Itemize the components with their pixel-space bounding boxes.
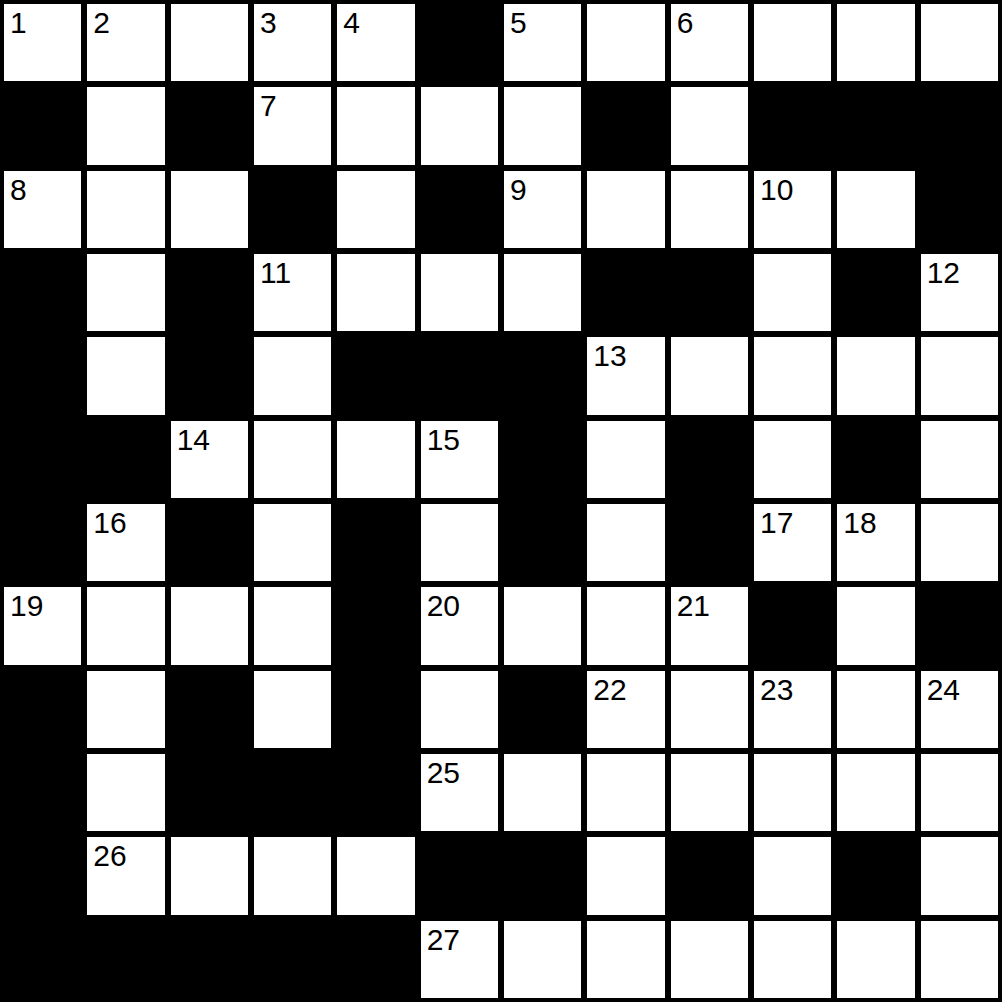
block-cell-r5c6 xyxy=(501,418,584,501)
clue-number-13: 13 xyxy=(593,339,626,372)
letter-cell-r0c6[interactable]: 5 xyxy=(501,1,584,84)
letter-cell-r2c2[interactable] xyxy=(168,168,251,251)
block-cell-r6c2 xyxy=(168,501,251,584)
block-cell-r0c5 xyxy=(418,1,501,84)
clue-number-15: 15 xyxy=(427,423,460,456)
letter-cell-r10c4[interactable] xyxy=(334,834,417,917)
clue-number-16: 16 xyxy=(93,506,126,539)
letter-cell-r6c10[interactable]: 18 xyxy=(834,501,917,584)
letter-cell-r5c4[interactable] xyxy=(334,418,417,501)
letter-cell-r4c9[interactable] xyxy=(751,334,834,417)
letter-cell-r0c1[interactable]: 2 xyxy=(84,1,167,84)
letter-cell-r7c3[interactable] xyxy=(251,584,334,667)
letter-cell-r0c9[interactable] xyxy=(751,1,834,84)
block-cell-r3c7 xyxy=(584,251,667,334)
letter-cell-r1c6[interactable] xyxy=(501,84,584,167)
letter-cell-r7c1[interactable] xyxy=(84,584,167,667)
clue-number-27: 27 xyxy=(427,923,460,956)
block-cell-r11c1 xyxy=(84,918,167,1001)
block-cell-r6c6 xyxy=(501,501,584,584)
letter-cell-r0c0[interactable]: 1 xyxy=(1,1,84,84)
letter-cell-r1c4[interactable] xyxy=(334,84,417,167)
block-cell-r4c6 xyxy=(501,334,584,417)
clue-number-14: 14 xyxy=(177,423,210,456)
block-cell-r8c0 xyxy=(1,668,84,751)
letter-cell-r3c5[interactable] xyxy=(418,251,501,334)
letter-cell-r4c1[interactable] xyxy=(84,334,167,417)
clue-number-8: 8 xyxy=(10,173,27,206)
letter-cell-r9c10[interactable] xyxy=(834,751,917,834)
letter-cell-r10c2[interactable] xyxy=(168,834,251,917)
clue-number-22: 22 xyxy=(593,673,626,706)
clue-number-7: 7 xyxy=(260,89,277,122)
letter-cell-r8c7[interactable]: 22 xyxy=(584,668,667,751)
crossword-grid: 1234567891011121314151617181920212223242… xyxy=(0,0,1002,1002)
block-cell-r6c0 xyxy=(1,501,84,584)
letter-cell-r4c11[interactable] xyxy=(918,334,1001,417)
letter-cell-r0c8[interactable]: 6 xyxy=(668,1,751,84)
letter-cell-r11c9[interactable] xyxy=(751,918,834,1001)
letter-cell-r3c11[interactable]: 12 xyxy=(918,251,1001,334)
block-cell-r11c4 xyxy=(334,918,417,1001)
letter-cell-r8c3[interactable] xyxy=(251,668,334,751)
letter-cell-r8c9[interactable]: 23 xyxy=(751,668,834,751)
letter-cell-r1c3[interactable]: 7 xyxy=(251,84,334,167)
block-cell-r1c9 xyxy=(751,84,834,167)
letter-cell-r8c11[interactable]: 24 xyxy=(918,668,1001,751)
block-cell-r2c5 xyxy=(418,168,501,251)
clue-number-17: 17 xyxy=(760,506,793,539)
letter-cell-r9c6[interactable] xyxy=(501,751,584,834)
letter-cell-r2c1[interactable] xyxy=(84,168,167,251)
block-cell-r5c10 xyxy=(834,418,917,501)
letter-cell-r6c1[interactable]: 16 xyxy=(84,501,167,584)
letter-cell-r11c11[interactable] xyxy=(918,918,1001,1001)
letter-cell-r7c0[interactable]: 19 xyxy=(1,584,84,667)
clue-number-18: 18 xyxy=(843,506,876,539)
clue-number-24: 24 xyxy=(927,673,960,706)
letter-cell-r9c9[interactable] xyxy=(751,751,834,834)
block-cell-r3c8 xyxy=(668,251,751,334)
letter-cell-r2c0[interactable]: 8 xyxy=(1,168,84,251)
block-cell-r3c0 xyxy=(1,251,84,334)
letter-cell-r2c10[interactable] xyxy=(834,168,917,251)
letter-cell-r2c4[interactable] xyxy=(334,168,417,251)
letter-cell-r4c7[interactable]: 13 xyxy=(584,334,667,417)
letter-cell-r0c10[interactable] xyxy=(834,1,917,84)
block-cell-r6c4 xyxy=(334,501,417,584)
letter-cell-r4c3[interactable] xyxy=(251,334,334,417)
letter-cell-r6c9[interactable]: 17 xyxy=(751,501,834,584)
letter-cell-r2c9[interactable]: 10 xyxy=(751,168,834,251)
clue-number-26: 26 xyxy=(93,839,126,872)
letter-cell-r11c6[interactable] xyxy=(501,918,584,1001)
block-cell-r1c2 xyxy=(168,84,251,167)
letter-cell-r9c11[interactable] xyxy=(918,751,1001,834)
letter-cell-r6c11[interactable] xyxy=(918,501,1001,584)
letter-cell-r5c9[interactable] xyxy=(751,418,834,501)
block-cell-r1c10 xyxy=(834,84,917,167)
clue-number-21: 21 xyxy=(677,589,710,622)
block-cell-r10c10 xyxy=(834,834,917,917)
block-cell-r4c2 xyxy=(168,334,251,417)
letter-cell-r7c2[interactable] xyxy=(168,584,251,667)
letter-cell-r7c7[interactable] xyxy=(584,584,667,667)
letter-cell-r2c7[interactable] xyxy=(584,168,667,251)
letter-cell-r4c10[interactable] xyxy=(834,334,917,417)
letter-cell-r0c4[interactable]: 4 xyxy=(334,1,417,84)
block-cell-r3c10 xyxy=(834,251,917,334)
clue-number-9: 9 xyxy=(510,173,527,206)
letter-cell-r1c8[interactable] xyxy=(668,84,751,167)
block-cell-r4c0 xyxy=(1,334,84,417)
letter-cell-r5c2[interactable]: 14 xyxy=(168,418,251,501)
block-cell-r5c1 xyxy=(84,418,167,501)
letter-cell-r3c6[interactable] xyxy=(501,251,584,334)
letter-cell-r6c5[interactable] xyxy=(418,501,501,584)
letter-cell-r9c1[interactable] xyxy=(84,751,167,834)
block-cell-r1c7 xyxy=(584,84,667,167)
letter-cell-r10c1[interactable]: 26 xyxy=(84,834,167,917)
letter-cell-r8c8[interactable] xyxy=(668,668,751,751)
letter-cell-r7c8[interactable]: 21 xyxy=(668,584,751,667)
letter-cell-r5c3[interactable] xyxy=(251,418,334,501)
clue-number-25: 25 xyxy=(427,756,460,789)
letter-cell-r10c11[interactable] xyxy=(918,834,1001,917)
letter-cell-r8c10[interactable] xyxy=(834,668,917,751)
letter-cell-r1c1[interactable] xyxy=(84,84,167,167)
clue-number-1: 1 xyxy=(10,6,27,39)
letter-cell-r0c11[interactable] xyxy=(918,1,1001,84)
block-cell-r9c0 xyxy=(1,751,84,834)
letter-cell-r9c7[interactable] xyxy=(584,751,667,834)
clue-number-2: 2 xyxy=(93,6,110,39)
block-cell-r10c5 xyxy=(418,834,501,917)
letter-cell-r6c7[interactable] xyxy=(584,501,667,584)
letter-cell-r11c10[interactable] xyxy=(834,918,917,1001)
letter-cell-r3c1[interactable] xyxy=(84,251,167,334)
letter-cell-r7c6[interactable] xyxy=(501,584,584,667)
block-cell-r6c8 xyxy=(668,501,751,584)
letter-cell-r2c6[interactable]: 9 xyxy=(501,168,584,251)
letter-cell-r0c7[interactable] xyxy=(584,1,667,84)
clue-number-4: 4 xyxy=(343,6,360,39)
block-cell-r8c6 xyxy=(501,668,584,751)
block-cell-r2c11 xyxy=(918,168,1001,251)
letter-cell-r9c8[interactable] xyxy=(668,751,751,834)
letter-cell-r3c4[interactable] xyxy=(334,251,417,334)
block-cell-r11c2 xyxy=(168,918,251,1001)
block-cell-r5c8 xyxy=(668,418,751,501)
block-cell-r8c2 xyxy=(168,668,251,751)
block-cell-r9c2 xyxy=(168,751,251,834)
block-cell-r1c0 xyxy=(1,84,84,167)
block-cell-r8c4 xyxy=(334,668,417,751)
block-cell-r9c3 xyxy=(251,751,334,834)
letter-cell-r11c8[interactable] xyxy=(668,918,751,1001)
letter-cell-r8c5[interactable] xyxy=(418,668,501,751)
clue-number-6: 6 xyxy=(677,6,694,39)
block-cell-r1c11 xyxy=(918,84,1001,167)
clue-number-10: 10 xyxy=(760,173,793,206)
clue-number-12: 12 xyxy=(927,256,960,289)
letter-cell-r10c9[interactable] xyxy=(751,834,834,917)
letter-cell-r5c11[interactable] xyxy=(918,418,1001,501)
clue-number-20: 20 xyxy=(427,589,460,622)
block-cell-r2c3 xyxy=(251,168,334,251)
block-cell-r5c0 xyxy=(1,418,84,501)
letter-cell-r1c5[interactable] xyxy=(418,84,501,167)
block-cell-r10c6 xyxy=(501,834,584,917)
block-cell-r7c4 xyxy=(334,584,417,667)
letter-cell-r6c3[interactable] xyxy=(251,501,334,584)
clue-number-11: 11 xyxy=(260,256,291,289)
clue-number-19: 19 xyxy=(10,589,43,622)
clue-number-23: 23 xyxy=(760,673,793,706)
letter-cell-r4c8[interactable] xyxy=(668,334,751,417)
block-cell-r7c9 xyxy=(751,584,834,667)
block-cell-r7c11 xyxy=(918,584,1001,667)
letter-cell-r7c5[interactable]: 20 xyxy=(418,584,501,667)
letter-cell-r3c3[interactable]: 11 xyxy=(251,251,334,334)
letter-cell-r10c3[interactable] xyxy=(251,834,334,917)
letter-cell-r10c7[interactable] xyxy=(584,834,667,917)
block-cell-r4c4 xyxy=(334,334,417,417)
block-cell-r11c0 xyxy=(1,918,84,1001)
letter-cell-r11c7[interactable] xyxy=(584,918,667,1001)
letter-cell-r0c2[interactable] xyxy=(168,1,251,84)
letter-cell-r3c9[interactable] xyxy=(751,251,834,334)
letter-cell-r0c3[interactable]: 3 xyxy=(251,1,334,84)
letter-cell-r8c1[interactable] xyxy=(84,668,167,751)
letter-cell-r11c5[interactable]: 27 xyxy=(418,918,501,1001)
letter-cell-r5c5[interactable]: 15 xyxy=(418,418,501,501)
block-cell-r10c0 xyxy=(1,834,84,917)
letter-cell-r7c10[interactable] xyxy=(834,584,917,667)
letter-cell-r5c7[interactable] xyxy=(584,418,667,501)
block-cell-r11c3 xyxy=(251,918,334,1001)
block-cell-r10c8 xyxy=(668,834,751,917)
clue-number-5: 5 xyxy=(510,6,527,39)
block-cell-r4c5 xyxy=(418,334,501,417)
block-cell-r3c2 xyxy=(168,251,251,334)
block-cell-r9c4 xyxy=(334,751,417,834)
letter-cell-r9c5[interactable]: 25 xyxy=(418,751,501,834)
letter-cell-r2c8[interactable] xyxy=(668,168,751,251)
clue-number-3: 3 xyxy=(260,6,277,39)
